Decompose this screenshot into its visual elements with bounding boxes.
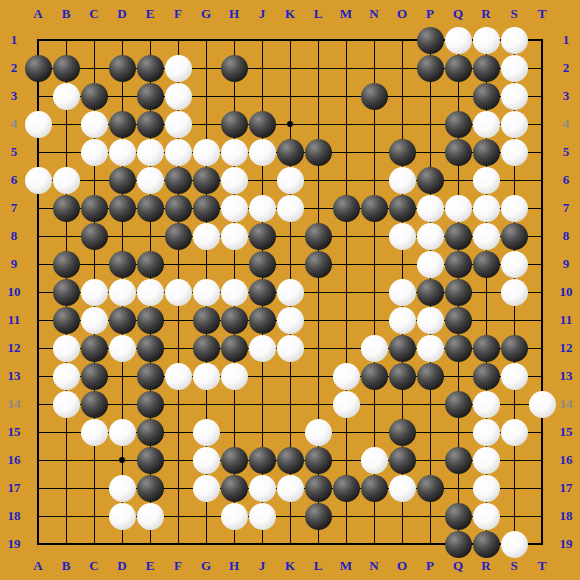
stone-black-B9[interactable] xyxy=(53,251,80,278)
stone-black-E7[interactable] xyxy=(137,195,164,222)
stone-white-G15[interactable] xyxy=(193,419,220,446)
stone-black-D4[interactable] xyxy=(109,111,136,138)
row-label-right: 2 xyxy=(563,60,570,76)
stone-black-O5[interactable] xyxy=(389,139,416,166)
stone-black-Q11[interactable] xyxy=(445,307,472,334)
stone-white-F13[interactable] xyxy=(165,363,192,390)
stone-black-P6[interactable] xyxy=(417,167,444,194)
stone-black-B7[interactable] xyxy=(53,195,80,222)
star-point xyxy=(119,457,125,463)
stone-white-M14[interactable] xyxy=(333,391,360,418)
row-label-right: 18 xyxy=(560,508,573,524)
stone-white-K7[interactable] xyxy=(277,195,304,222)
stone-black-O7[interactable] xyxy=(389,195,416,222)
stone-white-P7[interactable] xyxy=(417,195,444,222)
stone-white-B6[interactable] xyxy=(53,167,80,194)
col-label-bottom: F xyxy=(174,558,182,574)
stone-black-N3[interactable] xyxy=(361,83,388,110)
stone-black-O12[interactable] xyxy=(389,335,416,362)
stone-black-R19[interactable] xyxy=(473,531,500,558)
stone-white-O17[interactable] xyxy=(389,475,416,502)
col-label-bottom: C xyxy=(89,558,98,574)
stone-white-B12[interactable] xyxy=(53,335,80,362)
col-label-top: P xyxy=(426,6,434,22)
stone-black-Q2[interactable] xyxy=(445,55,472,82)
stone-white-D10[interactable] xyxy=(109,279,136,306)
stone-black-C12[interactable] xyxy=(81,335,108,362)
stone-white-O6[interactable] xyxy=(389,167,416,194)
stone-black-Q12[interactable] xyxy=(445,335,472,362)
stone-black-L18[interactable] xyxy=(305,503,332,530)
stone-white-G17[interactable] xyxy=(193,475,220,502)
stone-black-R9[interactable] xyxy=(473,251,500,278)
stone-white-R14[interactable] xyxy=(473,391,500,418)
col-label-top: D xyxy=(117,6,126,22)
row-label-right: 12 xyxy=(560,340,573,356)
stone-black-R3[interactable] xyxy=(473,83,500,110)
row-label-left: 9 xyxy=(11,256,18,272)
row-label-right: 14 xyxy=(560,396,573,412)
stone-black-E2[interactable] xyxy=(137,55,164,82)
row-label-left: 13 xyxy=(8,368,21,384)
stone-white-C5[interactable] xyxy=(81,139,108,166)
row-label-right: 6 xyxy=(563,172,570,188)
stone-white-G13[interactable] xyxy=(193,363,220,390)
grid-line-vertical xyxy=(346,39,347,545)
stone-black-L8[interactable] xyxy=(305,223,332,250)
stone-black-J11[interactable] xyxy=(249,307,276,334)
stone-black-C14[interactable] xyxy=(81,391,108,418)
stone-black-N13[interactable] xyxy=(361,363,388,390)
stone-black-O13[interactable] xyxy=(389,363,416,390)
grid-line-vertical xyxy=(541,39,543,545)
stone-white-K6[interactable] xyxy=(277,167,304,194)
row-label-left: 8 xyxy=(11,228,18,244)
col-label-bottom: P xyxy=(426,558,434,574)
stone-black-B11[interactable] xyxy=(53,307,80,334)
row-label-left: 15 xyxy=(8,424,21,440)
stone-white-L15[interactable] xyxy=(305,419,332,446)
stone-white-O8[interactable] xyxy=(389,223,416,250)
stone-white-B3[interactable] xyxy=(53,83,80,110)
row-label-right: 19 xyxy=(560,536,573,552)
col-label-bottom: L xyxy=(314,558,323,574)
col-label-top: O xyxy=(397,6,407,22)
stone-white-F2[interactable] xyxy=(165,55,192,82)
stone-black-E13[interactable] xyxy=(137,363,164,390)
row-label-right: 11 xyxy=(560,312,572,328)
row-label-left: 19 xyxy=(8,536,21,552)
stone-black-K16[interactable] xyxy=(277,447,304,474)
stone-white-D5[interactable] xyxy=(109,139,136,166)
row-label-left: 12 xyxy=(8,340,21,356)
stone-white-S9[interactable] xyxy=(501,251,528,278)
stone-white-G5[interactable] xyxy=(193,139,220,166)
stone-white-P12[interactable] xyxy=(417,335,444,362)
stone-white-C4[interactable] xyxy=(81,111,108,138)
stone-black-R2[interactable] xyxy=(473,55,500,82)
stone-white-T14[interactable] xyxy=(529,391,556,418)
stone-black-J9[interactable] xyxy=(249,251,276,278)
stone-white-S2[interactable] xyxy=(501,55,528,82)
col-label-top: M xyxy=(340,6,352,22)
stone-black-C7[interactable] xyxy=(81,195,108,222)
stone-white-J18[interactable] xyxy=(249,503,276,530)
stone-black-H12[interactable] xyxy=(221,335,248,362)
stone-white-H8[interactable] xyxy=(221,223,248,250)
stone-white-S15[interactable] xyxy=(501,419,528,446)
col-label-bottom: E xyxy=(146,558,155,574)
col-label-top: J xyxy=(259,6,266,22)
stone-black-L16[interactable] xyxy=(305,447,332,474)
stone-white-S10[interactable] xyxy=(501,279,528,306)
row-label-left: 4 xyxy=(11,116,18,132)
stone-white-R4[interactable] xyxy=(473,111,500,138)
stone-black-E4[interactable] xyxy=(137,111,164,138)
star-point xyxy=(287,121,293,127)
grid-line-horizontal xyxy=(37,376,543,377)
stone-white-F4[interactable] xyxy=(165,111,192,138)
stone-white-H5[interactable] xyxy=(221,139,248,166)
row-label-right: 9 xyxy=(563,256,570,272)
stone-white-C15[interactable] xyxy=(81,419,108,446)
col-label-bottom: J xyxy=(259,558,266,574)
col-label-bottom: Q xyxy=(453,558,463,574)
row-label-left: 7 xyxy=(11,200,18,216)
stone-white-R6[interactable] xyxy=(473,167,500,194)
stone-white-K12[interactable] xyxy=(277,335,304,362)
stone-white-M13[interactable] xyxy=(333,363,360,390)
col-label-bottom: R xyxy=(481,558,490,574)
col-label-top: S xyxy=(510,6,517,22)
stone-white-E5[interactable] xyxy=(137,139,164,166)
stone-black-Q19[interactable] xyxy=(445,531,472,558)
stone-white-S1[interactable] xyxy=(501,27,528,54)
row-label-left: 10 xyxy=(8,284,21,300)
stone-black-E9[interactable] xyxy=(137,251,164,278)
col-label-bottom: B xyxy=(62,558,71,574)
stone-black-G7[interactable] xyxy=(193,195,220,222)
row-label-left: 2 xyxy=(11,60,18,76)
col-label-top: F xyxy=(174,6,182,22)
stone-white-K17[interactable] xyxy=(277,475,304,502)
col-label-top: T xyxy=(538,6,547,22)
stone-white-H10[interactable] xyxy=(221,279,248,306)
stone-white-D15[interactable] xyxy=(109,419,136,446)
stone-black-D9[interactable] xyxy=(109,251,136,278)
stone-black-L17[interactable] xyxy=(305,475,332,502)
stone-black-G11[interactable] xyxy=(193,307,220,334)
stone-black-A2[interactable] xyxy=(25,55,52,82)
col-label-top: R xyxy=(481,6,490,22)
stone-white-H7[interactable] xyxy=(221,195,248,222)
row-label-left: 16 xyxy=(8,452,21,468)
stone-black-M17[interactable] xyxy=(333,475,360,502)
stone-black-Q9[interactable] xyxy=(445,251,472,278)
row-label-left: 11 xyxy=(8,312,20,328)
stone-white-H6[interactable] xyxy=(221,167,248,194)
stone-black-E3[interactable] xyxy=(137,83,164,110)
row-label-left: 6 xyxy=(11,172,18,188)
stone-black-Q14[interactable] xyxy=(445,391,472,418)
col-label-top: E xyxy=(146,6,155,22)
stone-black-C13[interactable] xyxy=(81,363,108,390)
stone-black-S8[interactable] xyxy=(501,223,528,250)
stone-black-B2[interactable] xyxy=(53,55,80,82)
stone-black-E14[interactable] xyxy=(137,391,164,418)
col-label-top: Q xyxy=(453,6,463,22)
stone-white-O10[interactable] xyxy=(389,279,416,306)
stone-black-J8[interactable] xyxy=(249,223,276,250)
stone-black-H4[interactable] xyxy=(221,111,248,138)
stone-black-D11[interactable] xyxy=(109,307,136,334)
stone-white-J17[interactable] xyxy=(249,475,276,502)
stone-black-D6[interactable] xyxy=(109,167,136,194)
col-label-bottom: G xyxy=(201,558,211,574)
stone-white-D18[interactable] xyxy=(109,503,136,530)
stone-white-R7[interactable] xyxy=(473,195,500,222)
row-label-left: 5 xyxy=(11,144,18,160)
stone-black-P13[interactable] xyxy=(417,363,444,390)
stone-white-O11[interactable] xyxy=(389,307,416,334)
stone-black-H17[interactable] xyxy=(221,475,248,502)
stone-black-S12[interactable] xyxy=(501,335,528,362)
col-label-bottom: S xyxy=(510,558,517,574)
stone-white-S5[interactable] xyxy=(501,139,528,166)
stone-white-H13[interactable] xyxy=(221,363,248,390)
stone-white-A4[interactable] xyxy=(25,111,52,138)
stone-black-N17[interactable] xyxy=(361,475,388,502)
stone-black-J4[interactable] xyxy=(249,111,276,138)
stone-white-Q1[interactable] xyxy=(445,27,472,54)
stone-black-P17[interactable] xyxy=(417,475,444,502)
row-label-left: 17 xyxy=(8,480,21,496)
stone-black-G12[interactable] xyxy=(193,335,220,362)
stone-black-B10[interactable] xyxy=(53,279,80,306)
stone-white-N16[interactable] xyxy=(361,447,388,474)
col-label-bottom: M xyxy=(340,558,352,574)
row-label-right: 10 xyxy=(560,284,573,300)
stone-white-G10[interactable] xyxy=(193,279,220,306)
row-label-right: 4 xyxy=(563,116,570,132)
stone-white-D12[interactable] xyxy=(109,335,136,362)
row-label-left: 18 xyxy=(8,508,21,524)
stone-white-P9[interactable] xyxy=(417,251,444,278)
row-label-right: 1 xyxy=(563,32,570,48)
stone-white-B13[interactable] xyxy=(53,363,80,390)
stone-white-J12[interactable] xyxy=(249,335,276,362)
stone-black-E11[interactable] xyxy=(137,307,164,334)
row-label-left: 14 xyxy=(8,396,21,412)
stone-black-O16[interactable] xyxy=(389,447,416,474)
stone-white-C11[interactable] xyxy=(81,307,108,334)
stone-black-P2[interactable] xyxy=(417,55,444,82)
stone-white-R17[interactable] xyxy=(473,475,500,502)
stone-black-F8[interactable] xyxy=(165,223,192,250)
stone-white-N12[interactable] xyxy=(361,335,388,362)
stone-black-H11[interactable] xyxy=(221,307,248,334)
stone-white-K10[interactable] xyxy=(277,279,304,306)
stone-black-D7[interactable] xyxy=(109,195,136,222)
stone-white-F10[interactable] xyxy=(165,279,192,306)
row-label-right: 8 xyxy=(563,228,570,244)
stone-black-L5[interactable] xyxy=(305,139,332,166)
col-label-top: G xyxy=(201,6,211,22)
row-label-right: 16 xyxy=(560,452,573,468)
stone-black-H2[interactable] xyxy=(221,55,248,82)
stone-white-H18[interactable] xyxy=(221,503,248,530)
stone-white-Q7[interactable] xyxy=(445,195,472,222)
stone-black-Q10[interactable] xyxy=(445,279,472,306)
stone-white-D17[interactable] xyxy=(109,475,136,502)
stone-white-J7[interactable] xyxy=(249,195,276,222)
row-label-left: 1 xyxy=(11,32,18,48)
stone-black-E17[interactable] xyxy=(137,475,164,502)
stone-black-J10[interactable] xyxy=(249,279,276,306)
stone-white-P11[interactable] xyxy=(417,307,444,334)
stone-black-F7[interactable] xyxy=(165,195,192,222)
col-label-bottom: N xyxy=(369,558,378,574)
col-label-bottom: D xyxy=(117,558,126,574)
stone-white-P8[interactable] xyxy=(417,223,444,250)
col-label-bottom: T xyxy=(538,558,547,574)
stone-white-R15[interactable] xyxy=(473,419,500,446)
row-label-right: 13 xyxy=(560,368,573,384)
col-label-top: C xyxy=(89,6,98,22)
col-label-bottom: O xyxy=(397,558,407,574)
stone-white-R8[interactable] xyxy=(473,223,500,250)
row-label-right: 15 xyxy=(560,424,573,440)
stone-black-R12[interactable] xyxy=(473,335,500,362)
stone-white-K11[interactable] xyxy=(277,307,304,334)
stone-white-E18[interactable] xyxy=(137,503,164,530)
stone-black-R13[interactable] xyxy=(473,363,500,390)
stone-black-D2[interactable] xyxy=(109,55,136,82)
stone-black-E15[interactable] xyxy=(137,419,164,446)
stone-black-J16[interactable] xyxy=(249,447,276,474)
stone-white-E10[interactable] xyxy=(137,279,164,306)
stone-white-E6[interactable] xyxy=(137,167,164,194)
stone-black-P1[interactable] xyxy=(417,27,444,54)
col-label-bottom: K xyxy=(285,558,295,574)
stone-black-E12[interactable] xyxy=(137,335,164,362)
stone-black-Q8[interactable] xyxy=(445,223,472,250)
stone-white-B14[interactable] xyxy=(53,391,80,418)
col-label-top: L xyxy=(314,6,323,22)
stone-black-O15[interactable] xyxy=(389,419,416,446)
stone-black-M7[interactable] xyxy=(333,195,360,222)
col-label-top: H xyxy=(229,6,239,22)
col-label-bottom: H xyxy=(229,558,239,574)
stone-white-S7[interactable] xyxy=(501,195,528,222)
stone-white-R18[interactable] xyxy=(473,503,500,530)
col-label-top: B xyxy=(62,6,71,22)
row-label-right: 17 xyxy=(560,480,573,496)
stone-black-Q4[interactable] xyxy=(445,111,472,138)
stone-black-Q5[interactable] xyxy=(445,139,472,166)
stone-black-C8[interactable] xyxy=(81,223,108,250)
stone-black-R5[interactable] xyxy=(473,139,500,166)
stone-black-C3[interactable] xyxy=(81,83,108,110)
row-label-left: 3 xyxy=(11,88,18,104)
stone-white-R1[interactable] xyxy=(473,27,500,54)
stone-black-P10[interactable] xyxy=(417,279,444,306)
stone-white-R16[interactable] xyxy=(473,447,500,474)
stone-black-H16[interactable] xyxy=(221,447,248,474)
stone-white-G16[interactable] xyxy=(193,447,220,474)
col-label-top: A xyxy=(33,6,42,22)
col-label-bottom: A xyxy=(33,558,42,574)
stone-white-G8[interactable] xyxy=(193,223,220,250)
stone-black-Q16[interactable] xyxy=(445,447,472,474)
col-label-top: N xyxy=(369,6,378,22)
col-label-top: K xyxy=(285,6,295,22)
row-label-right: 3 xyxy=(563,88,570,104)
stone-black-E16[interactable] xyxy=(137,447,164,474)
stone-black-K5[interactable] xyxy=(277,139,304,166)
stone-white-S3[interactable] xyxy=(501,83,528,110)
stone-white-S4[interactable] xyxy=(501,111,528,138)
stone-black-L9[interactable] xyxy=(305,251,332,278)
stone-black-Q18[interactable] xyxy=(445,503,472,530)
stone-white-A6[interactable] xyxy=(25,167,52,194)
row-label-right: 5 xyxy=(563,144,570,160)
stone-white-F5[interactable] xyxy=(165,139,192,166)
stone-white-C10[interactable] xyxy=(81,279,108,306)
stone-white-F3[interactable] xyxy=(165,83,192,110)
stone-white-J5[interactable] xyxy=(249,139,276,166)
stone-white-S19[interactable] xyxy=(501,531,528,558)
go-board-screen: AABBCCDDEEFFGGHHJJKKLLMMNNOOPPQQRRSSTT11… xyxy=(0,0,580,580)
stone-black-N7[interactable] xyxy=(361,195,388,222)
stone-black-F6[interactable] xyxy=(165,167,192,194)
stone-black-G6[interactable] xyxy=(193,167,220,194)
row-label-right: 7 xyxy=(563,200,570,216)
stone-white-S13[interactable] xyxy=(501,363,528,390)
